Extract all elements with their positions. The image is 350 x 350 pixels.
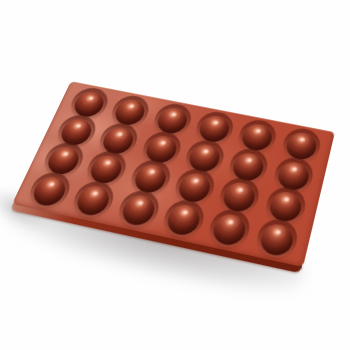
photo-background [0, 0, 350, 350]
